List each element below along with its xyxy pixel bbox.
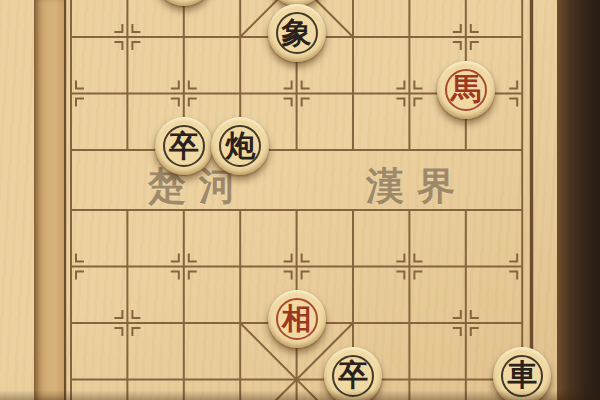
piece-black-elephant[interactable]: 象 — [268, 4, 326, 62]
piece-black-pawn-b[interactable]: 卒 — [324, 347, 382, 400]
board-edge-plank-left — [34, 0, 64, 400]
piece-black-cannon[interactable]: 炮 — [211, 117, 269, 175]
piece-glyph: 炮 — [225, 131, 255, 162]
xiangqi-board[interactable]: 楚河 漢界 象馬卒炮相卒車 — [0, 0, 600, 400]
piece-red-horse[interactable]: 馬 — [437, 61, 495, 119]
piece-glyph: 象 — [282, 18, 312, 49]
piece-glyph: 卒 — [338, 360, 368, 391]
piece-black-pawn-a[interactable]: 卒 — [155, 117, 213, 175]
piece-red-elephant[interactable]: 相 — [268, 290, 326, 348]
board-edge-plank-right — [533, 0, 557, 400]
table-margin-left — [0, 0, 34, 400]
table-margin-right — [557, 0, 600, 400]
piece-glyph: 馬 — [451, 74, 481, 105]
piece-glyph: 卒 — [169, 131, 199, 162]
piece-glyph: 相 — [282, 304, 312, 335]
